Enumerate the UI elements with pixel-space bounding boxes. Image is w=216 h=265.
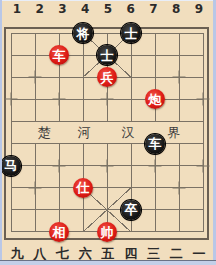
board-point-2-8[interactable] xyxy=(23,177,47,199)
window-edge-right xyxy=(213,0,216,265)
board-point-1-9[interactable] xyxy=(0,199,23,221)
star-point-marker xyxy=(101,159,114,172)
xiangqi-board-screen: 123456789 楚河汉界 将士车士兵炮车马仕卒相帅 九八七六五四三二一 xyxy=(0,0,216,265)
board-point-5-3[interactable]: 兵 xyxy=(95,66,119,88)
board-point-5-4[interactable] xyxy=(95,88,119,110)
top-file-labels: 123456789 xyxy=(0,2,216,16)
board-point-4-3[interactable] xyxy=(71,66,95,88)
file-label-top: 1 xyxy=(10,2,24,16)
piece-red-cannon[interactable]: 炮 xyxy=(145,89,165,109)
board-point-2-7[interactable] xyxy=(23,155,47,177)
board-point-5-1[interactable] xyxy=(95,22,119,44)
star-point-marker xyxy=(53,159,66,172)
piece-black-general[interactable]: 将 xyxy=(73,23,93,43)
board-point-6-4[interactable] xyxy=(119,88,143,110)
board-point-7-7[interactable] xyxy=(143,155,167,177)
file-label-top: 5 xyxy=(101,2,115,16)
board-point-4-4[interactable] xyxy=(71,88,95,110)
board-point-8-1[interactable] xyxy=(167,22,191,44)
board-point-1-10[interactable] xyxy=(0,221,23,243)
board-point-7-10[interactable] xyxy=(143,221,167,243)
board-point-2-9[interactable] xyxy=(23,199,47,221)
board-point-9-6[interactable] xyxy=(191,133,215,155)
star-point-marker xyxy=(53,93,66,106)
board-point-6-9[interactable]: 卒 xyxy=(119,199,143,221)
board-point-3-5[interactable] xyxy=(47,110,71,132)
board-point-1-6[interactable] xyxy=(0,133,23,155)
piece-red-general[interactable]: 帅 xyxy=(97,222,117,242)
file-label-top: 7 xyxy=(147,2,161,16)
star-point-marker xyxy=(29,71,42,84)
board-point-9-4[interactable] xyxy=(191,88,215,110)
star-point-marker xyxy=(5,93,18,106)
board-point-7-3[interactable] xyxy=(143,66,167,88)
piece-red-soldier[interactable]: 兵 xyxy=(97,67,117,87)
board-point-9-8[interactable] xyxy=(191,177,215,199)
board-point-2-1[interactable] xyxy=(23,22,47,44)
board-point-1-5[interactable] xyxy=(0,110,23,132)
board-point-3-9[interactable] xyxy=(47,199,71,221)
board-point-8-9[interactable] xyxy=(167,199,191,221)
file-label-top: 4 xyxy=(78,2,92,16)
board-point-5-6[interactable] xyxy=(95,133,119,155)
board-point-1-1[interactable] xyxy=(0,22,23,44)
board-point-6-10[interactable] xyxy=(119,221,143,243)
board-point-6-3[interactable] xyxy=(119,66,143,88)
board-point-8-10[interactable] xyxy=(167,221,191,243)
board-point-3-7[interactable] xyxy=(47,155,71,177)
board-point-3-1[interactable] xyxy=(47,22,71,44)
board-point-3-6[interactable] xyxy=(47,133,71,155)
star-point-marker xyxy=(149,159,162,172)
board-point-7-8[interactable] xyxy=(143,177,167,199)
board-point-8-3[interactable] xyxy=(167,66,191,88)
board-point-2-4[interactable] xyxy=(23,88,47,110)
board-point-2-3[interactable] xyxy=(23,66,47,88)
board-point-8-6[interactable] xyxy=(167,133,191,155)
board-point-1-8[interactable] xyxy=(0,177,23,199)
piece-red-advisor[interactable]: 仕 xyxy=(73,178,93,198)
board-point-7-9[interactable] xyxy=(143,199,167,221)
board-point-9-7[interactable] xyxy=(191,155,215,177)
board-point-4-9[interactable] xyxy=(71,199,95,221)
star-point-marker xyxy=(173,71,186,84)
file-label-top: 9 xyxy=(192,2,206,16)
file-label-top: 3 xyxy=(56,2,70,16)
board-point-4-7[interactable] xyxy=(71,155,95,177)
board-point-6-8[interactable] xyxy=(119,177,143,199)
file-label-top: 6 xyxy=(124,2,138,16)
board-point-4-6[interactable] xyxy=(71,133,95,155)
window-edge-left xyxy=(0,0,2,265)
board-point-1-4[interactable] xyxy=(0,88,23,110)
window-edge-bottom xyxy=(0,260,216,265)
board-point-2-10[interactable] xyxy=(23,221,47,243)
board-point-9-9[interactable] xyxy=(191,199,215,221)
board-point-2-2[interactable] xyxy=(23,44,47,66)
board-point-4-1[interactable]: 将 xyxy=(71,22,95,44)
board-point-8-7[interactable] xyxy=(167,155,191,177)
board-point-6-2[interactable] xyxy=(119,44,143,66)
piece-black-advisor[interactable]: 士 xyxy=(97,45,117,65)
board-point-5-10[interactable]: 帅 xyxy=(95,221,119,243)
board-point-8-2[interactable] xyxy=(167,44,191,66)
star-point-marker xyxy=(197,93,210,106)
board-point-5-9[interactable] xyxy=(95,199,119,221)
board-point-1-2[interactable] xyxy=(0,44,23,66)
piece-black-horse[interactable]: 马 xyxy=(1,156,21,176)
board-point-2-5[interactable] xyxy=(23,110,47,132)
board-grid[interactable]: 将士车士兵炮车马仕卒相帅 xyxy=(0,22,215,244)
board-point-7-1[interactable] xyxy=(143,22,167,44)
board-point-8-8[interactable] xyxy=(167,177,191,199)
board-point-9-2[interactable] xyxy=(191,44,215,66)
board-point-4-2[interactable] xyxy=(71,44,95,66)
board-point-3-2[interactable]: 车 xyxy=(47,44,71,66)
star-point-marker xyxy=(197,159,210,172)
board-point-8-4[interactable] xyxy=(167,88,191,110)
board-point-3-10[interactable]: 相 xyxy=(47,221,71,243)
board-point-6-1[interactable]: 士 xyxy=(119,22,143,44)
board-point-5-5[interactable] xyxy=(95,110,119,132)
board-point-5-7[interactable] xyxy=(95,155,119,177)
board-point-4-10[interactable] xyxy=(71,221,95,243)
piece-black-advisor[interactable]: 士 xyxy=(121,23,141,43)
star-point-marker xyxy=(173,181,186,194)
board-point-9-1[interactable] xyxy=(191,22,215,44)
board-point-1-3[interactable] xyxy=(0,66,23,88)
board-point-3-4[interactable] xyxy=(47,88,71,110)
board-point-5-2[interactable]: 士 xyxy=(95,44,119,66)
board-point-6-7[interactable] xyxy=(119,155,143,177)
board-point-4-5[interactable] xyxy=(71,110,95,132)
file-label-top: 2 xyxy=(33,2,47,16)
board-point-2-6[interactable] xyxy=(23,133,47,155)
board-point-6-6[interactable] xyxy=(119,133,143,155)
star-point-marker xyxy=(29,181,42,194)
file-label-top: 8 xyxy=(169,2,183,16)
board-point-9-5[interactable] xyxy=(191,110,215,132)
board-point-5-8[interactable] xyxy=(95,177,119,199)
board-point-4-8[interactable]: 仕 xyxy=(71,177,95,199)
board-point-3-8[interactable] xyxy=(47,177,71,199)
piece-black-chariot[interactable]: 车 xyxy=(145,134,165,154)
piece-red-elephant[interactable]: 相 xyxy=(49,222,69,242)
board-point-7-2[interactable] xyxy=(143,44,167,66)
board-point-9-3[interactable] xyxy=(191,66,215,88)
board-point-3-3[interactable] xyxy=(47,66,71,88)
piece-red-chariot[interactable]: 车 xyxy=(49,45,69,65)
board-point-1-7[interactable]: 马 xyxy=(0,155,23,177)
board-point-8-5[interactable] xyxy=(167,110,191,132)
piece-black-soldier[interactable]: 卒 xyxy=(121,200,141,220)
window-edge-top xyxy=(0,0,216,1)
board-point-6-5[interactable] xyxy=(119,110,143,132)
board-point-7-6[interactable]: 车 xyxy=(143,133,167,155)
board-point-7-5[interactable] xyxy=(143,110,167,132)
star-point-marker xyxy=(101,93,114,106)
board-point-9-10[interactable] xyxy=(191,221,215,243)
board-point-7-4[interactable]: 炮 xyxy=(143,88,167,110)
